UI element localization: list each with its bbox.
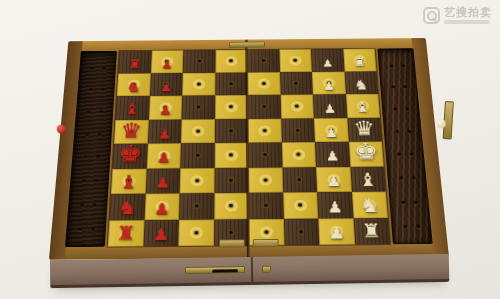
tray-hole	[84, 156, 88, 159]
ivory-knight[interactable]: ♞	[353, 78, 369, 92]
peg-hole	[297, 153, 301, 156]
red-king[interactable]: ♚	[117, 142, 143, 165]
square-g3[interactable]	[179, 193, 214, 219]
ivory-pawn[interactable]: ♟	[322, 59, 333, 69]
square-b1[interactable]: ♞	[117, 73, 151, 96]
tray-hole	[395, 130, 399, 133]
square-c8[interactable]: ♝	[346, 94, 381, 118]
peg-hole	[293, 59, 297, 62]
red-pawn[interactable]: ♟	[156, 152, 170, 165]
red-bishop[interactable]: ♝	[124, 102, 140, 117]
tray-hole	[409, 153, 413, 156]
peg-hole	[229, 153, 233, 156]
square-e4[interactable]	[214, 143, 248, 168]
square-g8[interactable]: ♞	[351, 192, 387, 218]
brass-hinge-bottom-left	[219, 239, 245, 247]
red-knight[interactable]: ♞	[126, 80, 141, 94]
square-b5[interactable]	[247, 72, 280, 95]
peg-hole	[229, 82, 233, 85]
square-c4[interactable]	[215, 95, 248, 119]
ivory-knight[interactable]: ♞	[359, 195, 380, 214]
square-b4[interactable]	[215, 72, 248, 95]
tray-hole	[97, 133, 101, 136]
square-d7[interactable]: ♟	[314, 118, 349, 142]
square-b2[interactable]: ♟	[149, 73, 182, 96]
tray-hole	[99, 110, 103, 113]
tray-hole	[411, 176, 415, 179]
brass-catch	[262, 266, 271, 273]
ivory-pawn[interactable]: ♟	[325, 150, 340, 163]
peg-hole	[229, 204, 233, 207]
red-pawn[interactable]: ♟	[152, 227, 169, 243]
peg-hole	[229, 178, 233, 181]
square-b6[interactable]	[280, 72, 313, 95]
square-e2[interactable]: ♟	[146, 143, 181, 168]
peg-hole	[229, 129, 233, 132]
square-d4[interactable]	[214, 119, 248, 143]
tray-hole	[94, 179, 98, 182]
square-g2[interactable]: ♟	[144, 193, 179, 219]
peg-hole	[197, 60, 201, 63]
tray-hole	[390, 64, 394, 67]
peg-hole	[262, 105, 266, 108]
square-e8[interactable]: ♚	[348, 141, 383, 166]
ivory-rook[interactable]: ♜	[353, 56, 367, 68]
square-a1[interactable]: ♜	[118, 51, 151, 74]
tray-hole	[405, 107, 409, 110]
square-f3[interactable]	[180, 168, 215, 194]
square-f2[interactable]: ♟	[145, 168, 180, 194]
square-e3[interactable]	[180, 143, 214, 168]
square-h1[interactable]: ♜	[108, 220, 144, 247]
red-knight[interactable]: ♞	[117, 198, 137, 217]
red-rook[interactable]: ♜	[128, 58, 142, 70]
square-a8[interactable]: ♜	[343, 49, 377, 72]
photo-scene: 艺搜拍卖 ♜♟♟♜♞♟♟♞♝♟♟♝♛♟♟♛♚♟♟♚♝♟♟♝♞♟♟♞♜♟♟♜	[0, 0, 500, 299]
square-e1[interactable]: ♚	[112, 144, 147, 169]
peg-hole	[261, 59, 265, 62]
peg-hole	[194, 231, 198, 235]
peg-hole	[263, 153, 267, 156]
box-front-face	[50, 254, 449, 288]
square-b3[interactable]	[182, 72, 215, 95]
square-f6[interactable]	[282, 167, 317, 193]
square-g7[interactable]: ♟	[317, 192, 353, 218]
ivory-clasp-knob	[437, 119, 446, 128]
tray-hole	[401, 200, 405, 203]
ivory-queen[interactable]: ♛	[353, 118, 376, 138]
square-h7[interactable]: ♟	[318, 218, 354, 245]
square-g4[interactable]	[214, 193, 249, 219]
peg-hole	[229, 105, 233, 108]
peg-hole	[229, 59, 233, 62]
square-c3[interactable]	[182, 95, 215, 119]
red-queen[interactable]: ♛	[120, 121, 142, 141]
ivory-pawn[interactable]: ♟	[326, 175, 342, 189]
tray-hole	[407, 130, 411, 133]
tray-hole	[89, 88, 93, 91]
tray-hole	[393, 108, 397, 111]
ivory-pawn[interactable]: ♟	[328, 225, 345, 241]
tray-hole	[403, 225, 407, 229]
square-f5[interactable]	[248, 167, 283, 193]
tray-hole	[90, 67, 94, 70]
square-a2[interactable]: ♟	[150, 50, 183, 73]
square-h2[interactable]: ♟	[143, 219, 179, 246]
tray-hole	[397, 153, 401, 156]
tray-hole	[416, 225, 420, 229]
front-fold-seam	[251, 257, 253, 282]
red-bishop[interactable]: ♝	[119, 173, 138, 191]
square-d6[interactable]	[281, 118, 315, 142]
brass-hinge-top	[229, 42, 265, 48]
tray-hole	[401, 64, 405, 67]
square-f4[interactable]	[214, 167, 248, 193]
peg-hole	[196, 106, 200, 109]
square-a7[interactable]: ♟	[311, 49, 344, 72]
tray-hole	[85, 133, 89, 136]
peg-hole	[196, 129, 200, 132]
square-c6[interactable]	[280, 94, 314, 118]
peg-hole	[262, 82, 266, 85]
peg-hole	[263, 129, 267, 132]
square-g6[interactable]	[283, 192, 318, 218]
peg-hole	[196, 154, 200, 157]
box-top-surface: ♜♟♟♜♞♟♟♞♝♟♟♝♛♟♟♛♚♟♟♚♝♟♟♝♞♟♟♞♜♟♟♜	[49, 38, 449, 260]
tray-hole	[91, 228, 95, 232]
ivory-king[interactable]: ♚	[353, 140, 379, 163]
red-pawn[interactable]: ♟	[160, 82, 172, 93]
red-pawn[interactable]: ♟	[158, 128, 172, 141]
brass-hinge-bottom-right	[253, 239, 279, 247]
square-f7[interactable]: ♟	[316, 166, 351, 192]
peg-hole	[264, 230, 268, 234]
peg-hole	[264, 204, 268, 207]
red-pawn[interactable]: ♟	[159, 105, 172, 117]
tray-hole	[92, 203, 96, 206]
square-g1[interactable]: ♞	[109, 194, 145, 220]
square-f8[interactable]: ♝	[350, 166, 386, 192]
ivory-pawn[interactable]: ♟	[324, 127, 338, 140]
square-c2[interactable]: ♟	[148, 96, 182, 120]
ivory-bishop[interactable]: ♝	[358, 171, 378, 189]
square-d2[interactable]: ♟	[147, 119, 181, 143]
red-pawn[interactable]: ♟	[161, 60, 172, 70]
tray-hole	[80, 203, 84, 206]
tray-hole	[87, 110, 91, 113]
square-h3[interactable]	[178, 219, 214, 246]
tray-hole	[78, 228, 82, 232]
square-g5[interactable]	[248, 192, 283, 218]
keyhole-slot	[212, 269, 238, 272]
red-clasp-knob	[57, 125, 66, 134]
peg-hole	[263, 178, 267, 181]
red-rook[interactable]: ♜	[116, 224, 136, 243]
square-b8[interactable]: ♞	[344, 71, 378, 94]
square-h6[interactable]	[283, 218, 319, 245]
peg-hole	[195, 179, 199, 182]
square-a4[interactable]	[215, 50, 247, 73]
peg-hole	[298, 178, 302, 181]
square-e5[interactable]	[248, 142, 282, 167]
square-d3[interactable]	[181, 119, 215, 143]
tray-hole	[100, 88, 104, 91]
tray-hole	[82, 179, 86, 182]
tray-hole	[102, 67, 106, 70]
peg-hole	[197, 82, 201, 85]
square-a6[interactable]	[279, 49, 312, 72]
tray-hole	[96, 155, 100, 158]
square-c1[interactable]: ♝	[115, 96, 149, 120]
peg-hole	[296, 128, 300, 131]
ivory-pawn[interactable]: ♟	[327, 200, 343, 215]
brass-escutcheon	[185, 266, 245, 274]
tray-hole	[414, 200, 418, 203]
peg-hole	[299, 230, 303, 234]
peg-hole	[195, 204, 199, 207]
square-d5[interactable]	[248, 118, 282, 142]
square-c7[interactable]: ♟	[313, 94, 347, 118]
square-f1[interactable]: ♝	[111, 168, 146, 194]
tray-hole	[403, 86, 407, 89]
ivory-pawn[interactable]: ♟	[323, 103, 336, 115]
peg-hole	[294, 82, 298, 85]
square-a3[interactable]	[183, 50, 215, 73]
square-h8[interactable]: ♜	[353, 218, 390, 245]
red-pawn[interactable]: ♟	[155, 176, 170, 190]
square-e6[interactable]	[281, 142, 316, 167]
ivory-bishop[interactable]: ♝	[355, 100, 372, 115]
peg-hole	[229, 230, 233, 234]
square-c5[interactable]	[248, 95, 281, 119]
square-b7[interactable]: ♟	[312, 71, 346, 94]
peg-hole	[295, 105, 299, 108]
tray-hole	[391, 86, 395, 89]
square-e7[interactable]: ♟	[315, 142, 350, 167]
tray-hole	[399, 176, 403, 179]
ivory-pawn[interactable]: ♟	[323, 81, 335, 92]
square-a5[interactable]	[247, 49, 279, 72]
chess-box: ♜♟♟♜♞♟♟♞♝♟♟♝♛♟♟♛♚♟♟♚♝♟♟♝♞♟♟♞♜♟♟♜	[0, 0, 500, 299]
red-pawn[interactable]: ♟	[154, 201, 170, 216]
ivory-rook[interactable]: ♜	[361, 222, 382, 241]
peg-hole	[298, 204, 302, 207]
